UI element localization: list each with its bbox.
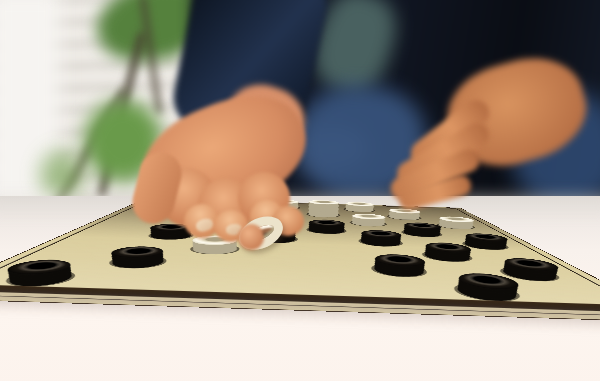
white-piece[interactable]: [351, 220, 388, 227]
black-piece[interactable]: [401, 229, 444, 237]
left-thumb-tip: [238, 224, 264, 250]
black-piece[interactable]: [308, 226, 345, 234]
white-piece[interactable]: [188, 243, 239, 254]
white-king-piece[interactable]: [308, 212, 339, 218]
white-piece[interactable]: [387, 214, 423, 220]
checkers-photo-scene: [0, 0, 600, 381]
black-piece[interactable]: [0, 270, 81, 287]
black-piece[interactable]: [105, 255, 169, 269]
black-piece[interactable]: [420, 250, 475, 262]
white-piece[interactable]: [344, 207, 375, 212]
black-piece[interactable]: [359, 237, 404, 247]
black-piece[interactable]: [372, 263, 429, 278]
